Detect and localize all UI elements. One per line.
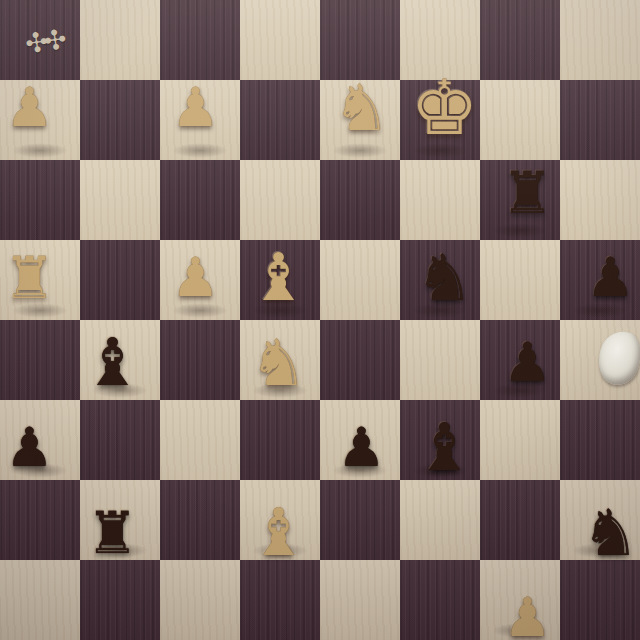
square-h8 (560, 0, 640, 80)
piece-shadow (252, 303, 308, 318)
square-c1 (160, 560, 240, 640)
square-a2 (0, 480, 80, 560)
piece-shadow (172, 143, 228, 158)
square-c8 (160, 0, 240, 80)
piece-shadow (412, 303, 468, 318)
dark-pawn-a3: ♟ (0, 400, 80, 480)
piece-shadow (12, 143, 68, 158)
piece-shadow (492, 623, 548, 638)
light-pawn-a7: ♟ (0, 80, 80, 160)
pawn-icon: ♟ (5, 421, 53, 475)
dark-knight-f5: ♞ (400, 240, 480, 320)
piece-shadow (252, 543, 308, 558)
piece-shadow (252, 383, 308, 398)
square-g5 (480, 240, 560, 320)
square-d6 (240, 160, 320, 240)
square-c4 (160, 320, 240, 400)
piece-shadow (92, 543, 148, 558)
knight-icon: ♞ (416, 246, 473, 310)
square-c3 (160, 400, 240, 480)
square-d7 (240, 80, 320, 160)
bishop-icon: ♝ (415, 415, 474, 481)
square-b3 (80, 400, 160, 480)
square-f4 (400, 320, 480, 400)
piece-shadow (12, 303, 68, 318)
square-f7: ♚ (400, 80, 480, 160)
dark-rook-g6: ♜ (480, 160, 560, 240)
square-g4: ♟ (480, 320, 560, 400)
square-f1 (400, 560, 480, 640)
square-e5 (320, 240, 400, 320)
square-e4 (320, 320, 400, 400)
light-pawn-c7: ♟ (160, 80, 240, 160)
square-d4: ♞ (240, 320, 320, 400)
chess-board-photo: ♟♟♞♚♜♜♟♝♞♟♝♞♟♟♟♝♜♝♞♟ ✣✣ (0, 0, 640, 640)
square-g1: ♟ (480, 560, 560, 640)
rook-icon: ♜ (502, 164, 554, 222)
square-d1 (240, 560, 320, 640)
bishop-icon: ♝ (249, 500, 308, 566)
piece-shadow (332, 143, 388, 158)
piece-shadow (332, 463, 388, 478)
square-h6 (560, 160, 640, 240)
dark-pawn-g4: ♟ (480, 320, 560, 400)
square-e2 (320, 480, 400, 560)
light-knight-e7: ♞ (320, 80, 400, 160)
chess-board: ♟♟♞♚♜♜♟♝♞♟♝♞♟♟♟♝♜♝♞♟ (0, 0, 640, 640)
light-knight-d4: ♞ (240, 320, 320, 400)
square-f8 (400, 0, 480, 80)
square-f2 (400, 480, 480, 560)
piece-shadow (492, 223, 548, 238)
square-g3 (480, 400, 560, 480)
square-b4: ♝ (80, 320, 160, 400)
piece-shadow (12, 463, 68, 478)
king-icon: ♚ (410, 70, 478, 146)
square-e7: ♞ (320, 80, 400, 160)
pawn-icon: ♟ (5, 81, 53, 135)
dark-rook-b2: ♜ (80, 480, 160, 560)
dark-pawn-h5: ♟ (560, 240, 640, 320)
piece-shadow (412, 143, 468, 158)
square-a7: ♟ (0, 80, 80, 160)
square-h5: ♟ (560, 240, 640, 320)
square-e3: ♟ (320, 400, 400, 480)
pawn-icon: ♟ (586, 251, 634, 305)
square-d2: ♝ (240, 480, 320, 560)
light-king-f7: ♚ (400, 80, 480, 160)
pawn-icon: ♟ (337, 421, 385, 475)
square-a6 (0, 160, 80, 240)
square-b2: ♜ (80, 480, 160, 560)
square-e1 (320, 560, 400, 640)
square-e8 (320, 0, 400, 80)
square-d3 (240, 400, 320, 480)
piece-shadow (412, 463, 468, 478)
square-g8 (480, 0, 560, 80)
square-a3: ♟ (0, 400, 80, 480)
square-f3: ♝ (400, 400, 480, 480)
square-f6 (400, 160, 480, 240)
square-c5: ♟ (160, 240, 240, 320)
square-b7 (80, 80, 160, 160)
square-b6 (80, 160, 160, 240)
square-h3 (560, 400, 640, 480)
light-pawn-g1: ♟ (480, 560, 560, 640)
rook-icon: ♜ (4, 249, 56, 307)
dark-knight-h2: ♞ (560, 480, 640, 560)
square-a5: ♜ (0, 240, 80, 320)
square-c2 (160, 480, 240, 560)
piece-shadow (572, 543, 628, 558)
square-g7 (480, 80, 560, 160)
piece-shadow (92, 383, 148, 398)
square-h2: ♞ (560, 480, 640, 560)
piece-shadow (172, 303, 228, 318)
square-g6: ♜ (480, 160, 560, 240)
square-f5: ♞ (400, 240, 480, 320)
pawn-icon: ♟ (503, 591, 551, 640)
square-b8 (80, 0, 160, 80)
square-d8 (240, 0, 320, 80)
square-a1 (0, 560, 80, 640)
square-a4 (0, 320, 80, 400)
knight-icon: ♞ (333, 76, 390, 140)
dark-bishop-b4: ♝ (80, 320, 160, 400)
square-e6 (320, 160, 400, 240)
light-rook-a5: ♜ (0, 240, 80, 320)
square-b5 (80, 240, 160, 320)
piece-shadow (572, 303, 628, 318)
bishop-icon: ♝ (83, 330, 142, 396)
square-d5: ♝ (240, 240, 320, 320)
light-pawn-c5: ♟ (160, 240, 240, 320)
square-g2 (480, 480, 560, 560)
light-bishop-d2: ♝ (240, 480, 320, 560)
square-c6 (160, 160, 240, 240)
square-c7: ♟ (160, 80, 240, 160)
square-h1 (560, 560, 640, 640)
square-b1 (80, 560, 160, 640)
bishop-icon: ♝ (249, 245, 308, 311)
pawn-icon: ♟ (171, 81, 219, 135)
rook-icon: ♜ (87, 504, 139, 562)
dark-pawn-e3: ♟ (320, 400, 400, 480)
makers-mark-icon: ✣✣ (19, 19, 68, 65)
light-bishop-d5: ♝ (240, 240, 320, 320)
pawn-icon: ♟ (503, 336, 551, 390)
piece-shadow (492, 383, 548, 398)
pawn-icon: ♟ (171, 251, 219, 305)
square-h7 (560, 80, 640, 160)
knight-icon: ♞ (582, 501, 639, 565)
knight-icon: ♞ (250, 331, 307, 395)
dark-bishop-f3: ♝ (400, 400, 480, 480)
